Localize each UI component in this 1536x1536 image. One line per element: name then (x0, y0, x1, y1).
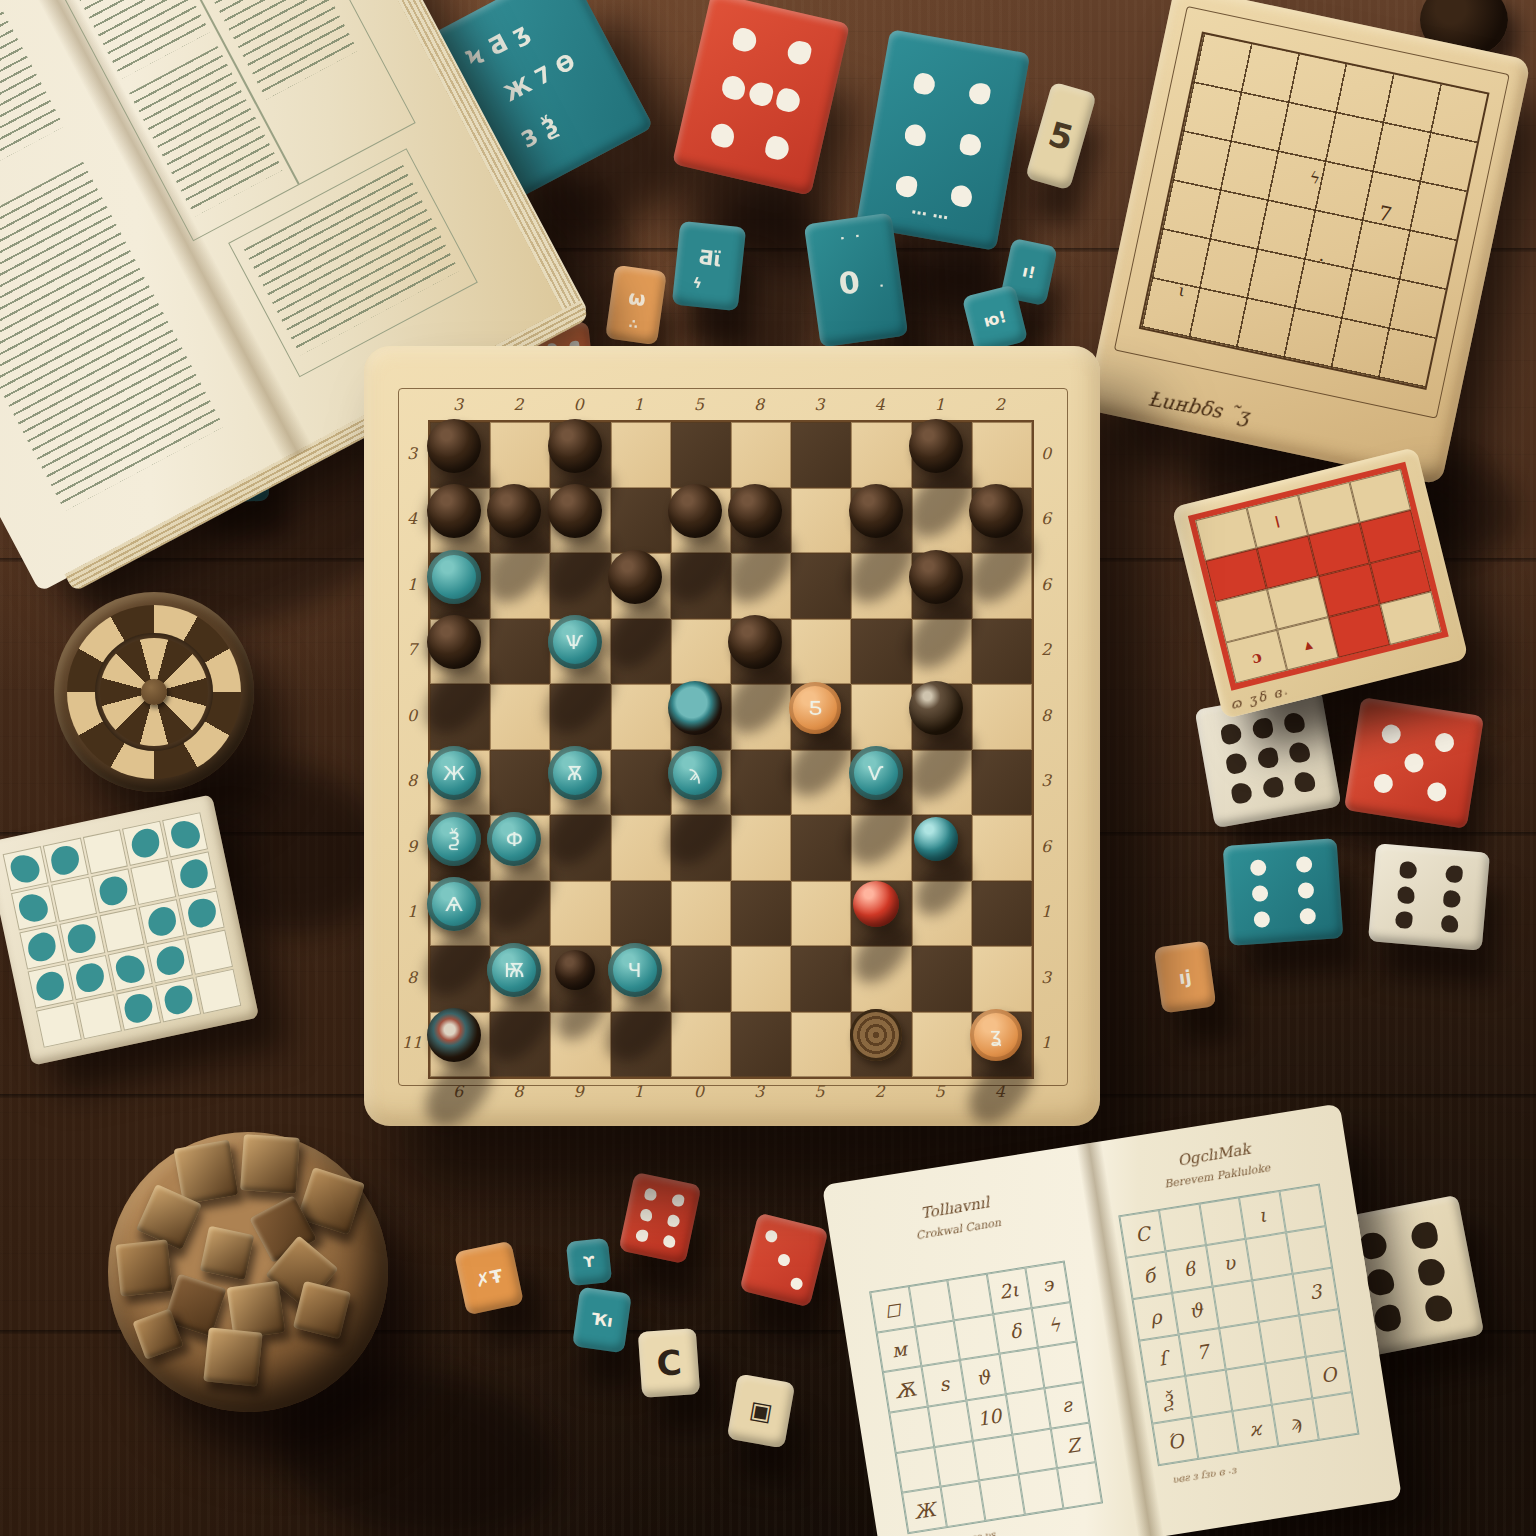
notebook-cell (1279, 1185, 1325, 1233)
notebook-cell: ƨ (1044, 1382, 1089, 1428)
notebook-cell: ι (1239, 1191, 1285, 1239)
coordinate-label: 1 (634, 395, 644, 414)
die-pip (1250, 859, 1267, 876)
tile-glyph (26, 931, 59, 964)
die-pip (903, 123, 927, 147)
die-pip (1372, 773, 1394, 795)
tile-cell[interactable] (139, 899, 185, 944)
tile-cell[interactable] (162, 812, 208, 857)
notebook-cell: ϟ (1031, 1302, 1076, 1348)
coordinate-label: 5 (814, 1082, 824, 1101)
board-square[interactable] (671, 881, 731, 947)
notebook-cell (999, 1348, 1044, 1394)
piece-glossy[interactable] (909, 681, 963, 735)
piece-teal[interactable]: Ѧ (427, 877, 481, 931)
coordinate-label: 9 (407, 836, 417, 855)
die-pip (1254, 911, 1271, 928)
bowl-cube[interactable] (240, 1134, 300, 1194)
notebook-cell (909, 1280, 954, 1326)
notebook-cell (1299, 1309, 1345, 1357)
notebook-cell: 7 (1179, 1328, 1225, 1376)
bowl-cube[interactable] (174, 1140, 239, 1205)
piece-glyph: Ƽ (809, 696, 822, 720)
die-pip (635, 1228, 649, 1242)
die-glyph: ▣ (747, 1395, 774, 1427)
notebook-cell (941, 1481, 986, 1527)
die-pip (720, 74, 748, 102)
tile-glyph (97, 875, 130, 908)
grid-box-mark: 7 (1377, 201, 1394, 227)
pattern-mark: ▴ (1302, 634, 1314, 654)
die-orange-one-block[interactable]: ıϳ (1154, 941, 1217, 1014)
notebook-cell: Ж (902, 1487, 947, 1533)
board-square[interactable] (611, 684, 671, 750)
piece-glyph: Ч (628, 958, 642, 982)
coordinate-label: 3 (1041, 967, 1051, 986)
piece-glyph: Ѱ (566, 630, 583, 654)
board-square[interactable] (731, 750, 791, 816)
board-square[interactable] (972, 881, 1032, 947)
die-orange-mini-die[interactable]: ѡ∴ (605, 265, 667, 346)
tile-cell[interactable] (91, 868, 137, 913)
piece-teal[interactable]: Ж (427, 746, 481, 800)
die-pip (640, 1208, 654, 1222)
notebook-cell: 3 (1292, 1268, 1338, 1316)
die-pip (1434, 732, 1456, 754)
coordinate-label: 1 (407, 902, 417, 921)
die-pip (1395, 911, 1413, 929)
piece-teal[interactable]: Ч (608, 943, 662, 997)
notebook-cell (1018, 1469, 1063, 1515)
board-square[interactable] (611, 750, 671, 816)
die-glyph: Ƌϊ (697, 245, 722, 271)
tile-cell[interactable] (28, 963, 74, 1008)
die-pip (1251, 717, 1274, 740)
die-pip (1403, 752, 1425, 774)
grid-box-mark: ϟ (1308, 167, 1322, 188)
notebook-cell (1159, 1204, 1205, 1252)
board-square[interactable] (731, 881, 791, 947)
board-square[interactable] (972, 422, 1032, 488)
tile-glyph (185, 897, 218, 930)
tile-cell[interactable] (196, 969, 242, 1014)
notebook-cell (973, 1434, 1018, 1480)
notebook-cell: Ѯ (1146, 1376, 1192, 1424)
bowl-cube[interactable] (200, 1226, 255, 1281)
tile-glyph (154, 944, 187, 977)
die-pip (1283, 711, 1306, 734)
bowl-cube[interactable] (203, 1327, 262, 1386)
die-glyph: ⋯ ⋯ (910, 202, 950, 227)
tile-cell[interactable] (43, 838, 89, 883)
coordinate-label: 0 (573, 395, 583, 414)
tile-cell[interactable] (67, 955, 113, 1000)
grid-box-scrawl: Ƚuнbδs ˜ʒ (1147, 386, 1252, 427)
tile-cell[interactable] (59, 916, 105, 961)
notebook-cell (1286, 1226, 1332, 1274)
board-square[interactable] (671, 946, 731, 1012)
board-square[interactable] (490, 422, 550, 488)
notebook-cell: δ (993, 1308, 1038, 1354)
coordinate-label: 6 (1041, 836, 1051, 855)
die-glyph: Ж 7 Ѳ (500, 49, 579, 107)
die-pip (764, 1229, 779, 1244)
die-pip (1230, 782, 1253, 805)
notebook-cell: ſ (1139, 1334, 1185, 1382)
die-white-nine-pip-die[interactable] (1195, 688, 1342, 828)
coordinate-label: 1 (407, 574, 417, 593)
wedge-wheel-bowl (54, 592, 254, 792)
game-board: 3628091150833542152430461672088396118311… (364, 346, 1100, 1126)
notebook-cell: O (1305, 1351, 1351, 1399)
notebook-cell: Ό (1152, 1417, 1198, 1465)
die-teal-six-pip-die[interactable] (1223, 838, 1344, 946)
die-pip (775, 87, 803, 115)
die-pip (644, 1188, 658, 1202)
piece-dark[interactable] (969, 484, 1023, 538)
piece-teal[interactable]: Ѭ (487, 943, 541, 997)
die-pip (786, 39, 814, 67)
piece-dark[interactable] (427, 484, 481, 538)
notebook-cell (1252, 1274, 1298, 1322)
board-square[interactable] (972, 619, 1032, 685)
coordinate-label: 5 (694, 395, 704, 414)
tile-cell[interactable] (82, 829, 128, 874)
die-pip (1443, 890, 1461, 908)
die-pip (1262, 776, 1285, 799)
die-teal-scribble-die[interactable]: Ƌϊϟ (672, 221, 746, 311)
coordinate-label: 11 (402, 1033, 422, 1052)
tile-glyph (129, 827, 162, 860)
die-pip (1297, 882, 1314, 899)
piece-spiral[interactable] (850, 1009, 902, 1061)
notebook-cell (1038, 1342, 1083, 1388)
die-glyph: Ҡı (590, 1309, 614, 1331)
notebook-cell (1192, 1411, 1238, 1459)
notebook-cell: υ (1206, 1239, 1252, 1287)
board-square[interactable] (731, 815, 791, 881)
die-pip (1424, 1293, 1454, 1323)
coordinate-label: 4 (407, 509, 417, 528)
tile-glyph (169, 818, 202, 851)
die-pip (1397, 886, 1415, 904)
coordinate-label: 8 (513, 1082, 523, 1101)
piece-dark[interactable] (427, 419, 481, 473)
tile-cell[interactable] (156, 977, 202, 1022)
coordinate-label: 4 (874, 395, 884, 414)
die-glyph: ˙ ˙ (837, 231, 864, 255)
board-square[interactable] (611, 488, 671, 554)
board-square[interactable] (671, 422, 731, 488)
notebook-cell (1246, 1232, 1292, 1280)
die-pip (894, 174, 918, 198)
board-square[interactable] (490, 684, 550, 750)
die-pip (777, 1253, 792, 1268)
notebook-cell: s (922, 1360, 967, 1406)
board-square[interactable] (791, 946, 851, 1012)
coordinate-label: 6 (1041, 509, 1051, 528)
piece-dark[interactable] (668, 484, 722, 538)
notebook-cell: ϶ (1025, 1262, 1070, 1308)
notebook-cell (889, 1407, 934, 1453)
die-pip (1440, 915, 1458, 933)
coordinate-label: 8 (407, 771, 417, 790)
die-glyph: 3 Ѯ (517, 112, 563, 152)
tile-glyph (9, 852, 42, 885)
piece-teal[interactable]: Ф (487, 812, 541, 866)
board-square[interactable] (851, 684, 911, 750)
board-square[interactable] (791, 422, 851, 488)
coordinate-label: 2 (995, 395, 1005, 414)
piece-dark[interactable] (668, 681, 722, 735)
tile-grid (3, 812, 242, 1048)
board-square[interactable] (731, 422, 791, 488)
die-white-six-pip-die[interactable] (1368, 843, 1490, 951)
die-pip (912, 72, 936, 96)
die-pip (950, 184, 974, 208)
die-pip (708, 122, 736, 150)
notebook-cell (1012, 1428, 1057, 1474)
tile-cell[interactable] (171, 851, 217, 896)
piece-dark[interactable] (548, 484, 602, 538)
notebook-cell (1057, 1462, 1102, 1508)
piece-glyph: Ѵ (868, 761, 884, 785)
notebook-cell (1259, 1315, 1305, 1363)
notebook-right-grid: Cιбϐυρϑ3ſ7ѮOΌϰϡ (1118, 1184, 1359, 1467)
wheel-hub (141, 679, 167, 705)
die-glyph: Ϟ Ƌ ʒ (461, 17, 533, 73)
die-pip (731, 26, 759, 54)
piece-teal[interactable] (427, 550, 481, 604)
coordinate-label: 3 (453, 395, 463, 414)
piece-tealball[interactable] (914, 817, 958, 861)
piece-redball[interactable] (853, 881, 899, 927)
die-pip (1299, 908, 1316, 925)
bowl-cube[interactable] (293, 1281, 351, 1339)
grid-box-mark: · (1317, 249, 1327, 271)
board-square[interactable] (671, 1012, 731, 1078)
tile-cell[interactable] (51, 877, 97, 922)
die-pip (747, 80, 775, 108)
tile-glyph (17, 892, 50, 925)
board-square[interactable] (972, 946, 1032, 1012)
notebook-cell: м (877, 1326, 922, 1372)
die-glyph: 0 (837, 265, 863, 303)
piece-glyph: Ж (443, 761, 465, 785)
tile-cell[interactable] (99, 907, 145, 952)
board-square[interactable] (791, 553, 851, 619)
piece-glyph: Ѯ (448, 827, 461, 851)
coordinate-label: 0 (694, 1082, 704, 1101)
die-glyph: ѡ (627, 285, 648, 311)
die-glyph: 5 (1044, 114, 1078, 159)
board-square[interactable] (912, 946, 972, 1012)
coordinate-label: 3 (407, 443, 417, 462)
coordinate-label: 2 (874, 1082, 884, 1101)
die-letter-c-block[interactable]: C (638, 1328, 700, 1398)
die-glyph: ˙ (877, 281, 888, 301)
die-pip (1256, 746, 1279, 769)
bowl-cube[interactable] (115, 1239, 172, 1296)
coordinate-label: 7 (407, 640, 417, 659)
piece-dark[interactable] (849, 484, 903, 538)
coordinate-label: 9 (573, 1082, 583, 1101)
notebook-cell: ϡ (1272, 1398, 1318, 1446)
board-square[interactable] (490, 750, 550, 816)
die-teal-zero-die[interactable]: ˙ ˙0˙ (804, 212, 908, 347)
die-glyph: ✗Ŧ (473, 1265, 504, 1291)
die-pip (662, 1234, 676, 1248)
piece-dark[interactable] (909, 550, 963, 604)
board-square[interactable] (731, 1012, 791, 1078)
piece-marble[interactable] (427, 1008, 481, 1062)
pattern-mark: ɔ (1249, 646, 1263, 667)
piece-dark[interactable] (728, 615, 782, 669)
notebook-cell: C (1119, 1210, 1165, 1258)
die-doodle-block[interactable]: ▣ (727, 1373, 796, 1448)
die-glyph: ϒ (582, 1252, 595, 1271)
coordinate-label: 3 (814, 395, 824, 414)
die-pip (1399, 860, 1417, 878)
piece-dark[interactable] (548, 419, 602, 473)
tile-glyph (122, 992, 155, 1025)
tile-glyph (162, 983, 195, 1016)
die-pip (789, 1276, 804, 1291)
tile-cell[interactable] (187, 930, 233, 975)
tile-cell[interactable] (122, 821, 168, 866)
die-pip (1380, 723, 1402, 745)
tile-cell[interactable] (76, 994, 122, 1039)
die-glyph: ю! (982, 307, 1009, 331)
board-square[interactable] (791, 815, 851, 881)
piece-dark[interactable] (608, 550, 662, 604)
tile-puzzle-board (0, 794, 259, 1065)
board-square[interactable] (611, 815, 671, 881)
board-square[interactable] (731, 946, 791, 1012)
notebook-cell (954, 1314, 999, 1360)
die-pip (666, 1214, 680, 1228)
die-teal-micro-die[interactable]: ϒ (566, 1238, 612, 1286)
piece-dark[interactable] (427, 615, 481, 669)
piece-teal[interactable]: Ѱ (548, 615, 602, 669)
piece-orange[interactable]: Ƽ (789, 682, 841, 734)
piece-dark[interactable] (909, 419, 963, 473)
tile-cell[interactable] (179, 890, 225, 935)
tile-cell[interactable] (107, 947, 153, 992)
die-pip (671, 1193, 685, 1207)
board-square[interactable] (972, 750, 1032, 816)
board-square[interactable] (851, 619, 911, 685)
die-pip (1417, 1257, 1447, 1287)
table-scene: Sıſt ve conɞaıl ɓames 7ϟι· Ƚuнbδs ˜ʒ (0, 0, 1536, 1536)
notebook-cell (1199, 1197, 1245, 1245)
notebook-cell: ϰ (1232, 1405, 1278, 1453)
notebook-cell: Ѫ (883, 1366, 928, 1412)
board-square[interactable] (972, 815, 1032, 881)
coordinate-label: 0 (1041, 443, 1051, 462)
coordinate-label: 1 (935, 395, 945, 414)
coordinate-label: 1 (634, 1082, 644, 1101)
tile-cell[interactable] (3, 846, 49, 891)
die-pip (1410, 1220, 1440, 1250)
board-square[interactable] (972, 684, 1032, 750)
notebook-cell: б (1126, 1251, 1172, 1299)
die-glyph: ıϳ (1177, 966, 1192, 989)
bowl-of-cubes (108, 1132, 388, 1412)
notebook-cell (948, 1274, 993, 1320)
die-glyph: C (655, 1342, 683, 1384)
coordinate-label: 2 (513, 395, 523, 414)
die-pip (1295, 856, 1312, 873)
notebook-cell (1219, 1322, 1265, 1370)
notebook-cell (1212, 1280, 1258, 1328)
coordinate-label: 8 (754, 395, 764, 414)
notebook-cell: ϐ (1166, 1245, 1212, 1293)
notebook-left-grid: ◻2ι϶мδϟѪsϑ10ƨZЖ (869, 1260, 1103, 1534)
piece-teal[interactable]: Ѵ (849, 746, 903, 800)
piece-orange[interactable]: ʓ (970, 1009, 1022, 1061)
notebook-cell: Z (1051, 1422, 1096, 1468)
piece-glyph: Ѧ (445, 892, 463, 916)
board-square[interactable] (851, 422, 911, 488)
coordinate-label: 1 (1041, 902, 1051, 921)
piece-teal[interactable]: Ѯ (427, 812, 481, 866)
die-teal-scribble-die-b[interactable]: Ҡı (572, 1287, 632, 1354)
board-square[interactable] (611, 881, 671, 947)
coordinate-label: 8 (407, 967, 417, 986)
board-square[interactable] (550, 881, 610, 947)
tile-cell[interactable] (36, 1003, 82, 1048)
notebook-cell (1265, 1357, 1311, 1405)
notebook-cell (934, 1441, 979, 1487)
notebook-cell: ◻ (870, 1286, 915, 1332)
die-red-five-pip-die[interactable] (1344, 697, 1484, 829)
piece-teal[interactable]: ϡ (668, 746, 722, 800)
board-square[interactable] (791, 488, 851, 554)
notebook-cell: 10 (967, 1394, 1012, 1440)
notebook-cell (1226, 1363, 1272, 1411)
notebook-cell: ϑ (1172, 1287, 1218, 1335)
piece-dark[interactable] (728, 484, 782, 538)
notebook-cell (1312, 1392, 1358, 1440)
board-square[interactable] (912, 1012, 972, 1078)
board-square[interactable] (791, 619, 851, 685)
piece-teal[interactable]: Ѫ (548, 746, 602, 800)
coordinate-label: 6 (1041, 574, 1051, 593)
grid-box-grid: 7ϟι· (1139, 32, 1490, 390)
tile-cell[interactable] (11, 885, 57, 930)
die-pip (1225, 752, 1248, 775)
tile-cell[interactable] (147, 938, 193, 983)
tile-cell[interactable] (131, 860, 177, 905)
piece-glyph: ʓ (990, 1023, 1002, 1047)
die-pip (968, 82, 992, 106)
tile-cell[interactable] (19, 924, 65, 969)
board-square[interactable] (671, 619, 731, 685)
die-pip (1220, 722, 1243, 745)
notebook-cell (928, 1400, 973, 1446)
die-pip (1372, 1303, 1402, 1333)
piece-glyph: Ѫ (567, 761, 583, 785)
board-square[interactable] (611, 422, 671, 488)
board-square[interactable] (791, 1012, 851, 1078)
board-square[interactable] (791, 881, 851, 947)
tile-cell[interactable] (116, 986, 162, 1031)
coordinate-label: 2 (1041, 640, 1051, 659)
piece-darksmall[interactable] (555, 950, 595, 990)
board-square[interactable] (490, 619, 550, 685)
notebook-cell (979, 1475, 1024, 1521)
